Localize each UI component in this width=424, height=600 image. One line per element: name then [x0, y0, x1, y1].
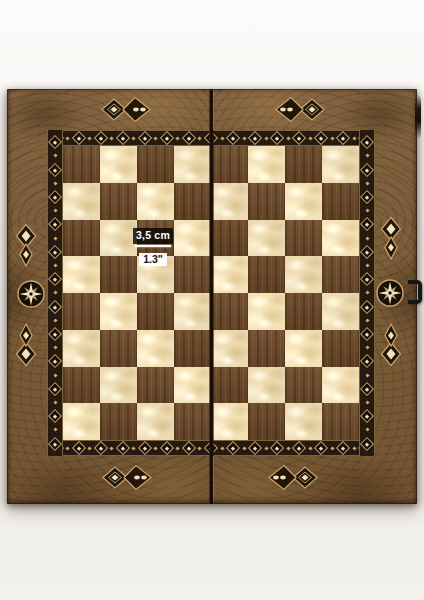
square-r2c8 — [322, 183, 359, 220]
dot-inlay — [132, 446, 136, 450]
square-r5c5 — [211, 293, 248, 330]
square-r2c7 — [285, 183, 322, 220]
dot-inlay — [365, 263, 369, 267]
square-r2c2 — [100, 183, 137, 220]
dot-inlay — [53, 318, 57, 322]
measure-line — [135, 245, 171, 247]
diamond-inlay — [48, 135, 62, 149]
diamond-inlay — [360, 300, 374, 314]
square-r5c3 — [137, 293, 174, 330]
inlay-border-left — [47, 130, 63, 456]
dot-inlay — [286, 136, 290, 140]
diamond-inlay — [48, 245, 62, 259]
double-diamond-icon — [15, 223, 37, 267]
square-r5c7 — [285, 293, 322, 330]
dot-inlay — [53, 154, 57, 158]
square-r8c2 — [100, 403, 137, 440]
diamond-inlay — [292, 441, 306, 455]
square-size-annotation: 3,5 cm 1.3" — [131, 225, 175, 267]
dot-inlay — [365, 346, 369, 350]
square-r1c3 — [137, 146, 174, 183]
square-r2c6 — [248, 183, 285, 220]
square-r7c5 — [211, 367, 248, 404]
compass-star-icon — [376, 279, 404, 307]
square-r4c6 — [248, 256, 285, 293]
diamond-inlay — [360, 272, 374, 286]
diamond-inlay — [292, 131, 306, 145]
square-r8c1 — [63, 403, 100, 440]
dot-inlay — [154, 446, 158, 450]
dot-inlay — [365, 154, 369, 158]
square-r2c1 — [63, 183, 100, 220]
square-r7c6 — [248, 367, 285, 404]
diamond-inlay — [270, 441, 284, 455]
dot-inlay — [198, 136, 202, 140]
square-r7c2 — [100, 367, 137, 404]
diamond-inlay — [182, 441, 196, 455]
dot-inlay — [365, 400, 369, 404]
dot-inlay — [53, 209, 57, 213]
double-diamond-icon — [15, 323, 37, 367]
dot-inlay — [365, 318, 369, 322]
diamond-inlay — [360, 382, 374, 396]
square-r6c8 — [322, 330, 359, 367]
square-r7c8 — [322, 367, 359, 404]
square-r2c4 — [174, 183, 211, 220]
product-photo-scene: 3,5 cm 1.3" — [0, 0, 424, 600]
square-r5c1 — [63, 293, 100, 330]
dot-inlay — [352, 136, 356, 140]
square-r6c2 — [100, 330, 137, 367]
diamond-inlay — [226, 131, 240, 145]
square-r8c6 — [248, 403, 285, 440]
double-diamond-icon — [101, 463, 153, 492]
dot-inlay — [53, 181, 57, 185]
square-r5c2 — [100, 293, 137, 330]
square-r2c5 — [211, 183, 248, 220]
diamond-inlay — [48, 272, 62, 286]
dot-inlay — [286, 446, 290, 450]
diamond-inlay — [138, 441, 152, 455]
square-r8c8 — [322, 403, 359, 440]
square-r1c8 — [322, 146, 359, 183]
square-r6c5 — [211, 330, 248, 367]
diamond-inlay — [48, 382, 62, 396]
diamond-inlay — [226, 441, 240, 455]
diamond-inlay — [48, 437, 62, 451]
diamond-inlay — [116, 441, 130, 455]
square-r5c8 — [322, 293, 359, 330]
square-r6c6 — [248, 330, 285, 367]
diamond-inlay — [48, 409, 62, 423]
square-r3c5 — [211, 220, 248, 257]
diamond-inlay — [116, 131, 130, 145]
hinge-knuckle — [415, 94, 421, 140]
metric-size-label: 3,5 cm — [133, 228, 173, 244]
dot-inlay — [352, 446, 356, 450]
dot-inlay — [365, 209, 369, 213]
hinge-gap — [209, 89, 214, 504]
square-r2c3 — [137, 183, 174, 220]
diamond-inlay — [360, 354, 374, 368]
dot-inlay — [53, 400, 57, 404]
diamond-inlay — [94, 131, 108, 145]
square-r8c4 — [174, 403, 211, 440]
diamond-inlay — [360, 190, 374, 204]
dot-inlay — [220, 136, 224, 140]
compass-star-icon — [17, 280, 45, 308]
diamond-inlay — [336, 441, 350, 455]
diamond-inlay — [314, 441, 328, 455]
square-r5c6 — [248, 293, 285, 330]
square-r3c1 — [63, 220, 100, 257]
diamond-inlay — [72, 441, 86, 455]
diamond-inlay — [360, 327, 374, 341]
square-r6c3 — [137, 330, 174, 367]
dot-inlay — [365, 236, 369, 240]
diamond-inlay — [48, 354, 62, 368]
dot-inlay — [53, 263, 57, 267]
diamond-inlay — [160, 441, 174, 455]
diamond-inlay — [48, 300, 62, 314]
square-r1c1 — [63, 146, 100, 183]
dot-inlay — [88, 446, 92, 450]
square-r4c1 — [63, 256, 100, 293]
dot-inlay — [220, 446, 224, 450]
diamond-inlay — [248, 131, 262, 145]
diamond-inlay — [360, 409, 374, 423]
double-diamond-icon — [380, 216, 402, 260]
square-r3c7 — [285, 220, 322, 257]
dot-inlay — [330, 136, 334, 140]
diamond-inlay — [94, 441, 108, 455]
square-r4c5 — [211, 256, 248, 293]
diamond-inlay — [360, 163, 374, 177]
square-r8c5 — [211, 403, 248, 440]
square-r3c6 — [248, 220, 285, 257]
dot-inlay — [308, 446, 312, 450]
square-r4c4 — [174, 256, 211, 293]
square-r1c7 — [285, 146, 322, 183]
square-r7c4 — [174, 367, 211, 404]
diamond-inlay — [48, 163, 62, 177]
imperial-size-label: 1.3" — [139, 253, 167, 266]
square-r6c4 — [174, 330, 211, 367]
square-r8c7 — [285, 403, 322, 440]
dot-inlay — [242, 446, 246, 450]
diamond-inlay — [248, 441, 262, 455]
diamond-inlay — [360, 135, 374, 149]
square-r1c2 — [100, 146, 137, 183]
square-r8c3 — [137, 403, 174, 440]
dot-inlay — [88, 136, 92, 140]
square-r6c7 — [285, 330, 322, 367]
square-r1c4 — [174, 146, 211, 183]
dot-inlay — [330, 446, 334, 450]
dot-inlay — [132, 136, 136, 140]
dot-inlay — [65, 136, 69, 140]
dot-inlay — [53, 236, 57, 240]
double-diamond-icon — [267, 463, 319, 492]
dot-inlay — [176, 446, 180, 450]
double-diamond-icon — [380, 323, 402, 367]
square-r7c1 — [63, 367, 100, 404]
diamond-inlay — [360, 437, 374, 451]
dot-inlay — [154, 136, 158, 140]
side-latch-clasp — [408, 280, 422, 304]
chess-board — [7, 89, 417, 504]
dot-inlay — [365, 373, 369, 377]
dot-inlay — [308, 136, 312, 140]
dot-inlay — [110, 446, 114, 450]
diamond-inlay — [48, 190, 62, 204]
dot-inlay — [53, 373, 57, 377]
dot-inlay — [365, 428, 369, 432]
square-r1c5 — [211, 146, 248, 183]
double-diamond-icon — [274, 95, 326, 124]
inlay-border-right — [359, 130, 375, 456]
dot-inlay — [53, 428, 57, 432]
dot-inlay — [53, 291, 57, 295]
diamond-inlay — [138, 131, 152, 145]
square-r5c4 — [174, 293, 211, 330]
diamond-inlay — [360, 217, 374, 231]
dot-inlay — [176, 136, 180, 140]
square-r1c6 — [248, 146, 285, 183]
square-r6c1 — [63, 330, 100, 367]
square-r7c3 — [137, 367, 174, 404]
dot-inlay — [264, 446, 268, 450]
dot-inlay — [198, 446, 202, 450]
dot-inlay — [242, 136, 246, 140]
dot-inlay — [65, 446, 69, 450]
diamond-inlay — [270, 131, 284, 145]
diamond-inlay — [72, 131, 86, 145]
dot-inlay — [264, 136, 268, 140]
dot-inlay — [53, 346, 57, 350]
square-r4c7 — [285, 256, 322, 293]
diamond-inlay — [336, 131, 350, 145]
diamond-inlay — [48, 327, 62, 341]
diamond-inlay — [48, 217, 62, 231]
square-r3c4 — [174, 220, 211, 257]
dot-inlay — [365, 181, 369, 185]
diamond-inlay — [360, 245, 374, 259]
diamond-inlay — [182, 131, 196, 145]
diamond-inlay — [314, 131, 328, 145]
square-r4c8 — [322, 256, 359, 293]
dot-inlay — [365, 291, 369, 295]
diamond-inlay — [160, 131, 174, 145]
square-r7c7 — [285, 367, 322, 404]
dot-inlay — [110, 136, 114, 140]
double-diamond-icon — [100, 95, 152, 124]
square-r3c8 — [322, 220, 359, 257]
